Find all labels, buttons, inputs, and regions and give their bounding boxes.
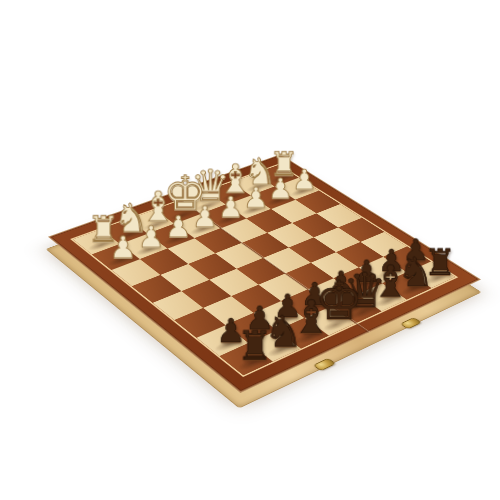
chess-board: ♜♞♝♚♛♝♞♜♟♟♟♟♟♟♟♟♟♟♟♟♟♟♟♟♜♞♝♚♛♝♞♜ xyxy=(48,154,481,393)
piece-shadow xyxy=(264,341,298,359)
piece-shadow xyxy=(373,266,403,281)
black-pawn: ♟ xyxy=(402,236,429,264)
piece-shadow xyxy=(187,223,217,237)
piece-shadow xyxy=(397,282,427,298)
piece-shadow xyxy=(268,311,301,328)
chess-board-squares: ♜♞♝♚♛♝♞♜♟♟♟♟♟♟♟♟♟♟♟♟♟♟♟♟♜♞♝♚♛♝♞♜ xyxy=(70,164,458,377)
piece-shadow xyxy=(372,293,403,309)
board-frame: ♜♞♝♚♛♝♞♜♟♟♟♟♟♟♟♟♟♟♟♟♟♟♟♟♜♞♝♚♛♝♞♜ xyxy=(48,154,481,393)
square-h2: ♟ xyxy=(92,244,140,270)
brass-clasp xyxy=(313,358,336,371)
piece-shadow xyxy=(85,238,117,253)
square-f5 xyxy=(209,269,258,296)
piece-shadow xyxy=(320,316,352,333)
piece-shadow xyxy=(346,304,378,321)
piece-shadow xyxy=(235,354,269,373)
piece-shadow xyxy=(398,255,427,270)
product-photo-background: ♜♞♝♚♛♝♞♜♟♟♟♟♟♟♟♟♟♟♟♟♟♟♟♟♜♞♝♚♛♝♞♜ xyxy=(0,0,500,500)
piece-shadow xyxy=(288,185,316,198)
piece-shadow xyxy=(292,329,325,346)
brass-hinge xyxy=(400,317,422,329)
piece-shadow xyxy=(422,271,452,286)
